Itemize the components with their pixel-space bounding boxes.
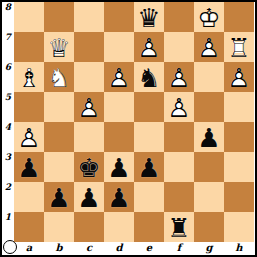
square-h6[interactable]: ♟♙: [224, 62, 254, 92]
square-f8[interactable]: [164, 2, 194, 32]
chess-board: ♛♚♔♛♕♟♙♟♙♜♖♝♗♞♘♟♙♞♟♙♟♙♟♙♟♙♟♙♟♟♚♟♟♟♟♟♜: [14, 2, 254, 242]
square-a1[interactable]: [14, 212, 44, 242]
white-pawn-icon: ♟♙: [164, 62, 194, 92]
square-e4[interactable]: [134, 122, 164, 152]
square-d1[interactable]: [104, 212, 134, 242]
square-b2[interactable]: ♟: [44, 182, 74, 212]
file-labels: abcdefgh: [14, 242, 254, 255]
black-pawn-icon: ♟: [104, 152, 134, 182]
square-a5[interactable]: [14, 92, 44, 122]
white-pawn-icon: ♟♙: [164, 92, 194, 122]
square-a6[interactable]: ♝♗: [14, 62, 44, 92]
square-f6[interactable]: ♟♙: [164, 62, 194, 92]
file-label-d: d: [104, 242, 134, 255]
square-h7[interactable]: ♜♖: [224, 32, 254, 62]
square-g7[interactable]: ♟♙: [194, 32, 224, 62]
square-b5[interactable]: [44, 92, 74, 122]
white-to-move-indicator-icon: [3, 240, 17, 254]
square-e1[interactable]: [134, 212, 164, 242]
square-g8[interactable]: ♚♔: [194, 2, 224, 32]
white-rook-icon: ♜♖: [224, 32, 254, 62]
rank-label-4: 4: [2, 122, 14, 152]
square-h4[interactable]: [224, 122, 254, 152]
square-d7[interactable]: [104, 32, 134, 62]
file-label-a: a: [14, 242, 44, 255]
square-h3[interactable]: [224, 152, 254, 182]
black-pawn-icon: ♟: [44, 182, 74, 212]
square-d6[interactable]: ♟♙: [104, 62, 134, 92]
square-g6[interactable]: [194, 62, 224, 92]
square-b6[interactable]: ♞♘: [44, 62, 74, 92]
square-c7[interactable]: [74, 32, 104, 62]
white-pawn-icon: ♟♙: [224, 62, 254, 92]
square-f3[interactable]: [164, 152, 194, 182]
black-pawn-icon: ♟: [74, 182, 104, 212]
square-a7[interactable]: [14, 32, 44, 62]
black-knight-icon: ♞: [134, 62, 164, 92]
file-label-f: f: [164, 242, 194, 255]
square-e5[interactable]: [134, 92, 164, 122]
square-f2[interactable]: [164, 182, 194, 212]
white-bishop-icon: ♝♗: [14, 62, 44, 92]
black-king-icon: ♚: [74, 152, 104, 182]
rank-label-1: 1: [2, 212, 14, 242]
square-a2[interactable]: [14, 182, 44, 212]
black-rook-icon: ♜: [164, 212, 194, 242]
file-label-g: g: [194, 242, 224, 255]
square-c4[interactable]: [74, 122, 104, 152]
square-c1[interactable]: [74, 212, 104, 242]
white-knight-icon: ♞♘: [44, 62, 74, 92]
square-a4[interactable]: ♟♙: [14, 122, 44, 152]
square-e8[interactable]: ♛: [134, 2, 164, 32]
square-g3[interactable]: [194, 152, 224, 182]
rank-labels: 87654321: [2, 2, 14, 242]
square-d5[interactable]: [104, 92, 134, 122]
rank-label-7: 7: [2, 32, 14, 62]
square-g2[interactable]: [194, 182, 224, 212]
square-e3[interactable]: ♟: [134, 152, 164, 182]
square-f7[interactable]: [164, 32, 194, 62]
file-label-e: e: [134, 242, 164, 255]
square-g4[interactable]: ♟: [194, 122, 224, 152]
square-b8[interactable]: [44, 2, 74, 32]
square-b3[interactable]: [44, 152, 74, 182]
rank-label-8: 8: [2, 2, 14, 32]
file-label-h: h: [224, 242, 254, 255]
square-e7[interactable]: ♟♙: [134, 32, 164, 62]
white-queen-icon: ♛♕: [44, 32, 74, 62]
black-pawn-icon: ♟: [14, 152, 44, 182]
square-a3[interactable]: ♟: [14, 152, 44, 182]
square-c8[interactable]: [74, 2, 104, 32]
square-d3[interactable]: ♟: [104, 152, 134, 182]
white-pawn-icon: ♟♙: [194, 32, 224, 62]
rank-label-5: 5: [2, 92, 14, 122]
chess-diagram: 87654321 ♛♚♔♛♕♟♙♟♙♜♖♝♗♞♘♟♙♞♟♙♟♙♟♙♟♙♟♙♟♟♚…: [0, 0, 257, 257]
rank-label-6: 6: [2, 62, 14, 92]
black-queen-icon: ♛: [134, 2, 164, 32]
file-label-c: c: [74, 242, 104, 255]
square-f4[interactable]: [164, 122, 194, 152]
square-h8[interactable]: [224, 2, 254, 32]
square-f1[interactable]: ♜: [164, 212, 194, 242]
white-pawn-icon: ♟♙: [104, 62, 134, 92]
square-d2[interactable]: ♟: [104, 182, 134, 212]
square-f5[interactable]: ♟♙: [164, 92, 194, 122]
white-pawn-icon: ♟♙: [134, 32, 164, 62]
square-e2[interactable]: [134, 182, 164, 212]
black-pawn-icon: ♟: [134, 152, 164, 182]
square-b1[interactable]: [44, 212, 74, 242]
square-c6[interactable]: [74, 62, 104, 92]
square-h1[interactable]: [224, 212, 254, 242]
square-c5[interactable]: ♟♙: [74, 92, 104, 122]
square-b7[interactable]: ♛♕: [44, 32, 74, 62]
black-pawn-icon: ♟: [194, 122, 224, 152]
square-h5[interactable]: [224, 92, 254, 122]
square-b4[interactable]: [44, 122, 74, 152]
rank-label-3: 3: [2, 152, 14, 182]
square-g5[interactable]: [194, 92, 224, 122]
square-e6[interactable]: ♞: [134, 62, 164, 92]
square-d8[interactable]: [104, 2, 134, 32]
white-pawn-icon: ♟♙: [14, 122, 44, 152]
square-c2[interactable]: ♟: [74, 182, 104, 212]
square-d4[interactable]: [104, 122, 134, 152]
black-pawn-icon: ♟: [104, 182, 134, 212]
square-c3[interactable]: ♚: [74, 152, 104, 182]
rank-label-2: 2: [2, 182, 14, 212]
square-g1[interactable]: [194, 212, 224, 242]
file-label-b: b: [44, 242, 74, 255]
square-a8[interactable]: [14, 2, 44, 32]
square-h2[interactable]: [224, 182, 254, 212]
white-pawn-icon: ♟♙: [74, 92, 104, 122]
white-king-icon: ♚♔: [194, 2, 224, 32]
